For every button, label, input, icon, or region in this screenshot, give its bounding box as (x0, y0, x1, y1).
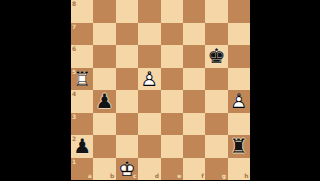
rank-label-8: 8 (72, 1, 76, 7)
square-h2[interactable]: ♜ (228, 135, 250, 158)
square-d5[interactable]: ♟♙ (138, 68, 160, 91)
piece-black-pawn-b4[interactable]: ♟ (93, 90, 115, 113)
square-c7[interactable] (116, 23, 138, 46)
square-c3[interactable] (116, 113, 138, 136)
square-f7[interactable] (183, 23, 205, 46)
file-label-g: g (222, 173, 226, 179)
square-d4[interactable] (138, 90, 160, 113)
square-d1[interactable]: d (138, 158, 160, 181)
square-d6[interactable] (138, 45, 160, 68)
square-b2[interactable] (93, 135, 115, 158)
square-d8[interactable] (138, 0, 160, 23)
square-h4[interactable]: ♟♙ (228, 90, 250, 113)
file-label-f: f (201, 173, 204, 179)
square-g4[interactable] (205, 90, 227, 113)
square-f6[interactable] (183, 45, 205, 68)
square-h8[interactable] (228, 0, 250, 23)
file-label-h: h (244, 173, 248, 179)
white-king-glyph-outline: ♔ (116, 158, 138, 181)
rank-label-4: 4 (72, 91, 76, 97)
black-pawn-glyph: ♟ (93, 90, 115, 113)
square-d2[interactable] (138, 135, 160, 158)
square-b3[interactable] (93, 113, 115, 136)
square-g5[interactable] (205, 68, 227, 91)
piece-black-pawn-a2[interactable]: ♟ (71, 135, 93, 158)
square-e5[interactable] (161, 68, 183, 91)
piece-black-rook-h2[interactable]: ♜ (228, 135, 250, 158)
square-h3[interactable] (228, 113, 250, 136)
square-a8[interactable]: 8 (71, 0, 93, 23)
square-a5[interactable]: 5♜♖ (71, 68, 93, 91)
square-a7[interactable]: 7 (71, 23, 93, 46)
square-h5[interactable] (228, 68, 250, 91)
chessboard: 876♚5♜♖♟♙4♟♟♙32♟♜1abc♚♔defgh (71, 0, 250, 180)
square-g3[interactable] (205, 113, 227, 136)
file-label-a: a (88, 173, 92, 179)
white-pawn-glyph-outline: ♙ (138, 68, 160, 91)
square-c6[interactable] (116, 45, 138, 68)
square-f4[interactable] (183, 90, 205, 113)
piece-black-king-g6[interactable]: ♚ (205, 45, 227, 68)
square-a3[interactable]: 3 (71, 113, 93, 136)
black-king-glyph: ♚ (205, 45, 227, 68)
square-e2[interactable] (161, 135, 183, 158)
square-f2[interactable] (183, 135, 205, 158)
square-g1[interactable]: g (205, 158, 227, 181)
file-label-b: b (110, 173, 114, 179)
white-pawn-glyph-outline: ♙ (228, 90, 250, 113)
square-e1[interactable]: e (161, 158, 183, 181)
white-rook-glyph-outline: ♖ (71, 68, 93, 91)
square-g7[interactable] (205, 23, 227, 46)
square-f8[interactable] (183, 0, 205, 23)
square-c4[interactable] (116, 90, 138, 113)
square-d7[interactable] (138, 23, 160, 46)
square-g2[interactable] (205, 135, 227, 158)
square-a1[interactable]: 1a (71, 158, 93, 181)
square-a2[interactable]: 2♟ (71, 135, 93, 158)
file-label-d: d (155, 173, 159, 179)
square-a4[interactable]: 4 (71, 90, 93, 113)
square-e4[interactable] (161, 90, 183, 113)
rank-label-3: 3 (72, 114, 76, 120)
square-h6[interactable] (228, 45, 250, 68)
square-e8[interactable] (161, 0, 183, 23)
square-e6[interactable] (161, 45, 183, 68)
square-c8[interactable] (116, 0, 138, 23)
square-c1[interactable]: c♚♔ (116, 158, 138, 181)
square-h7[interactable] (228, 23, 250, 46)
black-rook-glyph: ♜ (228, 135, 250, 158)
square-e7[interactable] (161, 23, 183, 46)
square-f3[interactable] (183, 113, 205, 136)
piece-white-king-c1[interactable]: ♚♔ (116, 158, 138, 181)
square-c2[interactable] (116, 135, 138, 158)
video-frame: 876♚5♜♖♟♙4♟♟♙32♟♜1abc♚♔defgh (0, 0, 320, 180)
square-b7[interactable] (93, 23, 115, 46)
square-b6[interactable] (93, 45, 115, 68)
square-a6[interactable]: 6 (71, 45, 93, 68)
square-e3[interactable] (161, 113, 183, 136)
piece-white-pawn-d5[interactable]: ♟♙ (138, 68, 160, 91)
square-b4[interactable]: ♟ (93, 90, 115, 113)
square-c5[interactable] (116, 68, 138, 91)
square-b8[interactable] (93, 0, 115, 23)
square-g8[interactable] (205, 0, 227, 23)
square-f1[interactable]: f (183, 158, 205, 181)
square-b1[interactable]: b (93, 158, 115, 181)
black-pawn-glyph: ♟ (71, 135, 93, 158)
square-d3[interactable] (138, 113, 160, 136)
square-f5[interactable] (183, 68, 205, 91)
piece-white-pawn-h4[interactable]: ♟♙ (228, 90, 250, 113)
rank-label-7: 7 (72, 24, 76, 30)
piece-white-rook-a5[interactable]: ♜♖ (71, 68, 93, 91)
square-g6[interactable]: ♚ (205, 45, 227, 68)
rank-label-1: 1 (72, 159, 76, 165)
file-label-e: e (177, 173, 181, 179)
square-b5[interactable] (93, 68, 115, 91)
square-h1[interactable]: h (228, 158, 250, 181)
rank-label-6: 6 (72, 46, 76, 52)
